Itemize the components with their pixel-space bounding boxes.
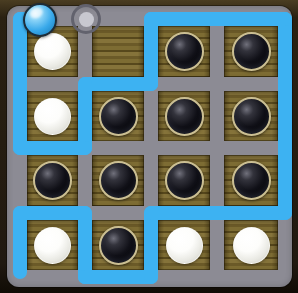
black-stone xyxy=(99,226,138,265)
path-segment xyxy=(13,12,27,155)
black-stone xyxy=(232,32,271,71)
cell-r3c1[interactable] xyxy=(27,155,78,206)
cell-r1c4[interactable] xyxy=(224,26,278,77)
white-stone xyxy=(34,33,71,70)
cell-r3c3[interactable] xyxy=(158,155,210,206)
cell-r4c3[interactable] xyxy=(158,220,210,270)
cell-r2c2[interactable] xyxy=(92,91,144,141)
black-stone xyxy=(232,97,271,136)
path-segment xyxy=(278,12,292,220)
cell-r4c2[interactable] xyxy=(92,220,144,270)
black-stone xyxy=(232,161,271,200)
path-segment xyxy=(144,12,292,26)
cell-r3c2[interactable] xyxy=(92,155,144,206)
white-stone xyxy=(166,227,203,264)
path-segment xyxy=(144,206,292,220)
cell-r4c1[interactable] xyxy=(27,220,78,270)
black-stone xyxy=(99,97,138,136)
black-stone xyxy=(165,32,204,71)
black-stone xyxy=(33,161,72,200)
cell-r1c3[interactable] xyxy=(158,26,210,77)
cell-r2c3[interactable] xyxy=(158,91,210,141)
cell-r4c4[interactable] xyxy=(224,220,278,270)
white-stone xyxy=(34,98,71,135)
path-ball[interactable] xyxy=(23,3,57,37)
white-stone xyxy=(34,227,71,264)
black-stone xyxy=(165,161,204,200)
cell-r2c4[interactable] xyxy=(224,91,278,141)
cell-r1c2[interactable] xyxy=(92,26,144,77)
cell-r2c1[interactable] xyxy=(27,91,78,141)
puzzle-stage xyxy=(0,0,298,293)
goal-ring[interactable] xyxy=(71,4,101,34)
black-stone xyxy=(165,97,204,136)
black-stone xyxy=(99,161,138,200)
cell-r3c4[interactable] xyxy=(224,155,278,206)
white-stone xyxy=(233,227,270,264)
